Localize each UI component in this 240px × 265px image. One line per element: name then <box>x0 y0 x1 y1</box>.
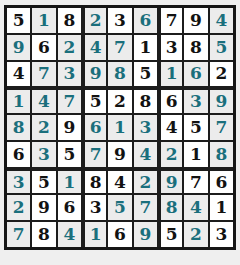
cell-r1c4[interactable]: 2 <box>85 8 106 33</box>
cell-r4c9[interactable]: 9 <box>210 90 233 113</box>
cell-r5c2[interactable]: 2 <box>32 115 55 140</box>
cell-r6c1[interactable]: 6 <box>7 142 30 167</box>
sudoku-board: 5182367949624713854739851621475286398296… <box>4 5 236 250</box>
cell-r3c4[interactable]: 9 <box>85 62 106 87</box>
cell-r1c2[interactable]: 1 <box>32 8 55 33</box>
cell-r1c9[interactable]: 4 <box>210 8 233 33</box>
cell-r3c8[interactable]: 6 <box>184 62 207 87</box>
cell-r6c6[interactable]: 4 <box>134 142 157 167</box>
cell-r2c6[interactable]: 1 <box>134 35 157 60</box>
cell-r4c8[interactable]: 3 <box>184 90 207 113</box>
cell-r9c3[interactable]: 4 <box>58 222 81 247</box>
cell-r4c7[interactable]: 6 <box>161 90 182 113</box>
cell-r8c6[interactable]: 7 <box>134 195 157 220</box>
cell-r8c4[interactable]: 3 <box>85 195 106 220</box>
cell-r2c8[interactable]: 8 <box>184 35 207 60</box>
cell-r4c3[interactable]: 7 <box>58 90 81 113</box>
cell-r8c8[interactable]: 4 <box>184 195 207 220</box>
cell-r7c8[interactable]: 7 <box>184 171 207 194</box>
cell-r5c1[interactable]: 8 <box>7 115 30 140</box>
cell-r3c3[interactable]: 3 <box>58 62 81 87</box>
cell-r5c3[interactable]: 9 <box>58 115 81 140</box>
cell-r2c2[interactable]: 6 <box>32 35 55 60</box>
cell-r2c7[interactable]: 3 <box>161 35 182 60</box>
cell-r6c3[interactable]: 5 <box>58 142 81 167</box>
cell-r7c5[interactable]: 4 <box>108 171 131 194</box>
cell-r1c1[interactable]: 5 <box>7 8 30 33</box>
cell-r1c3[interactable]: 8 <box>58 8 81 33</box>
cell-r3c1[interactable]: 4 <box>7 62 30 87</box>
cell-r2c4[interactable]: 4 <box>85 35 106 60</box>
cell-r1c6[interactable]: 6 <box>134 8 157 33</box>
sudoku-page: 5182367949624713854739851621475286398296… <box>0 0 240 250</box>
cell-r4c6[interactable]: 8 <box>134 90 157 113</box>
cell-r6c4[interactable]: 7 <box>85 142 106 167</box>
cell-r7c7[interactable]: 9 <box>161 171 182 194</box>
cell-r5c7[interactable]: 4 <box>161 115 182 140</box>
cell-r2c5[interactable]: 7 <box>108 35 131 60</box>
cell-r6c7[interactable]: 2 <box>161 142 182 167</box>
cell-r1c8[interactable]: 9 <box>184 8 207 33</box>
cell-r5c9[interactable]: 7 <box>210 115 233 140</box>
cell-r6c9[interactable]: 8 <box>210 142 233 167</box>
cell-r3c2[interactable]: 7 <box>32 62 55 87</box>
cell-r2c9[interactable]: 5 <box>210 35 233 60</box>
cell-r2c1[interactable]: 9 <box>7 35 30 60</box>
cell-r8c7[interactable]: 8 <box>161 195 182 220</box>
cell-r8c1[interactable]: 2 <box>7 195 30 220</box>
cell-r4c5[interactable]: 2 <box>108 90 131 113</box>
cell-r3c7[interactable]: 1 <box>161 62 182 87</box>
cell-r8c3[interactable]: 6 <box>58 195 81 220</box>
cell-r3c9[interactable]: 2 <box>210 62 233 87</box>
cell-r9c8[interactable]: 2 <box>184 222 207 247</box>
cell-r7c3[interactable]: 1 <box>58 171 81 194</box>
cell-r7c1[interactable]: 3 <box>7 171 30 194</box>
cell-r9c9[interactable]: 3 <box>210 222 233 247</box>
cell-r4c4[interactable]: 5 <box>85 90 106 113</box>
cell-r9c1[interactable]: 7 <box>7 222 30 247</box>
cell-r8c5[interactable]: 5 <box>108 195 131 220</box>
cell-r8c2[interactable]: 9 <box>32 195 55 220</box>
cell-r6c5[interactable]: 9 <box>108 142 131 167</box>
cell-r9c7[interactable]: 5 <box>161 222 182 247</box>
cell-r9c5[interactable]: 6 <box>108 222 131 247</box>
cell-r6c8[interactable]: 1 <box>184 142 207 167</box>
cell-r7c2[interactable]: 5 <box>32 171 55 194</box>
cell-r4c2[interactable]: 4 <box>32 90 55 113</box>
cell-r1c7[interactable]: 7 <box>161 8 182 33</box>
cell-r4c1[interactable]: 1 <box>7 90 30 113</box>
cell-r9c6[interactable]: 9 <box>134 222 157 247</box>
cell-r3c5[interactable]: 8 <box>108 62 131 87</box>
cell-r5c6[interactable]: 3 <box>134 115 157 140</box>
cell-r9c2[interactable]: 8 <box>32 222 55 247</box>
cell-r7c9[interactable]: 6 <box>210 171 233 194</box>
cell-r5c4[interactable]: 6 <box>85 115 106 140</box>
cell-r7c6[interactable]: 2 <box>134 171 157 194</box>
cell-r6c2[interactable]: 3 <box>32 142 55 167</box>
cell-r3c6[interactable]: 5 <box>134 62 157 87</box>
cell-r5c5[interactable]: 1 <box>108 115 131 140</box>
cell-r1c5[interactable]: 3 <box>108 8 131 33</box>
cell-r9c4[interactable]: 1 <box>85 222 106 247</box>
cell-r5c8[interactable]: 5 <box>184 115 207 140</box>
cell-r2c3[interactable]: 2 <box>58 35 81 60</box>
cell-r7c4[interactable]: 8 <box>85 171 106 194</box>
cell-r8c9[interactable]: 1 <box>210 195 233 220</box>
